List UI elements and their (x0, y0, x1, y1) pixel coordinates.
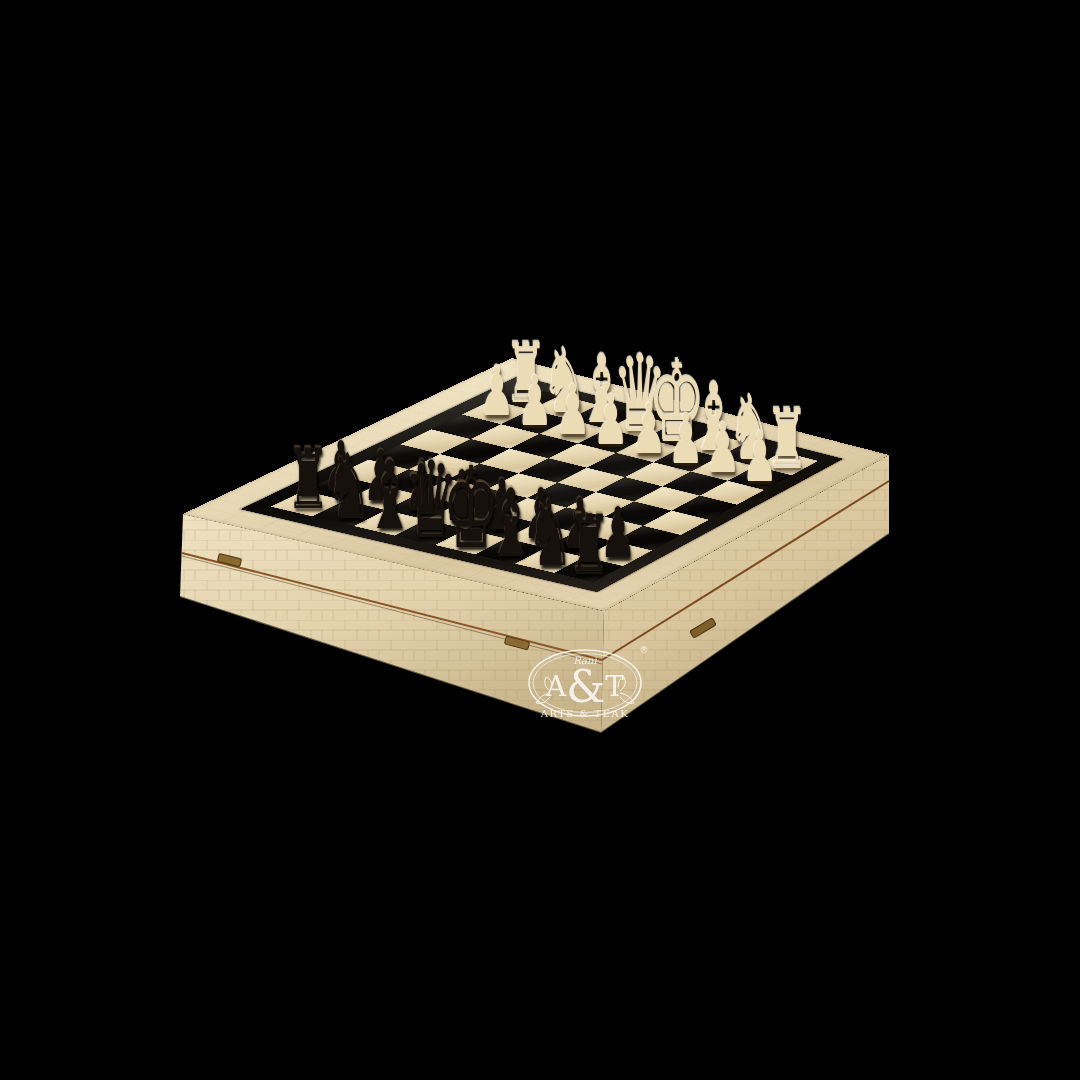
watermark-monogram: A&T (545, 661, 624, 712)
product-photo-scene: ♜♞♝♛♚♝♞♜♟♟♟♟♟♟♟♟♟♟♟♟♟♟♟♟♜♞♝♛♚♝♞♜ Rani ® … (0, 0, 1080, 1080)
watermark-brand-bottom: ARTS & TEAK (540, 708, 630, 719)
watermark-registered: ® (640, 645, 649, 655)
brand-watermark: Rani ® A&T ARTS & TEAK (512, 633, 662, 733)
